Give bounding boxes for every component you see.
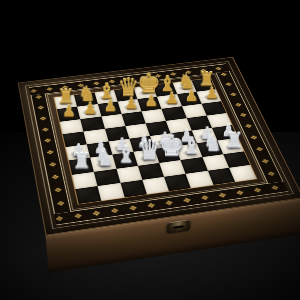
piece-cell-b7: ♟ bbox=[76, 104, 100, 119]
latch-slot bbox=[173, 225, 184, 229]
piece-black-gold-pawn-e7[interactable]: ♟ bbox=[141, 94, 162, 109]
piece-white-silver-king-e3[interactable]: ♚ bbox=[159, 132, 181, 161]
piece-cell-e2 bbox=[159, 160, 186, 177]
piece-white-silver-queen-d3[interactable]: ♛ bbox=[137, 137, 159, 164]
piece-cell-d1 bbox=[142, 177, 169, 195]
piece-cell-h1 bbox=[230, 165, 258, 182]
piece-black-gold-pawn-b7[interactable]: ♟ bbox=[79, 101, 100, 117]
piece-white-silver-knight-b3[interactable]: ♞ bbox=[93, 148, 115, 170]
piece-black-gold-pawn-f7[interactable]: ♟ bbox=[161, 91, 182, 106]
piece-black-gold-pawn-h7[interactable]: ♟ bbox=[201, 86, 222, 101]
chess-box: ❖ ❖ ❖ ❖ ❖ ❖ ❖ ❖ ❖ ❖ ❖ ❖ ❖ ❖ ❖ ❖ ❖ ❖ ❖ ❖ … bbox=[18, 57, 300, 236]
piece-white-silver-rook-a3[interactable]: ♜ bbox=[71, 151, 94, 173]
piece-black-gold-pawn-c7[interactable]: ♟ bbox=[100, 99, 121, 115]
piece-cell-a7: ♟ bbox=[56, 106, 80, 121]
piece-cell-a3: ♜ bbox=[68, 158, 94, 175]
piece-black-gold-pawn-a7[interactable]: ♟ bbox=[59, 104, 80, 120]
front-latch[interactable] bbox=[167, 219, 191, 233]
piece-cell-b1 bbox=[97, 183, 124, 201]
piece-cell-b3: ♞ bbox=[90, 155, 116, 172]
piece-black-gold-pawn-d7[interactable]: ♟ bbox=[121, 96, 142, 111]
chess-set-scene: ❖ ❖ ❖ ❖ ❖ ❖ ❖ ❖ ❖ ❖ ❖ ❖ ❖ ❖ ❖ ❖ ❖ ❖ ❖ ❖ … bbox=[14, 2, 286, 274]
piece-white-silver-rook-h3[interactable]: ♜ bbox=[223, 131, 245, 152]
piece-cell-f6 bbox=[162, 106, 187, 121]
piece-white-silver-bishop-c3[interactable]: ♝ bbox=[115, 144, 137, 167]
photo-stage: ❖ ❖ ❖ ❖ ❖ ❖ ❖ ❖ ❖ ❖ ❖ ❖ ❖ ❖ ❖ ❖ ❖ ❖ ❖ ❖ … bbox=[0, 0, 300, 300]
piece-white-silver-knight-g3[interactable]: ♞ bbox=[202, 133, 224, 155]
piece-black-gold-pawn-g7[interactable]: ♟ bbox=[181, 89, 202, 104]
